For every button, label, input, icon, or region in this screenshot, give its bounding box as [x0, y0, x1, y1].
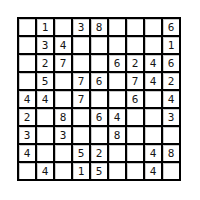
cell-r2c2[interactable]: 3 [37, 37, 53, 53]
cell-r1c1[interactable] [19, 19, 35, 35]
cell-r8c2[interactable] [37, 145, 53, 161]
cell-r3c9[interactable]: 6 [163, 55, 179, 71]
cell-r5c3[interactable] [55, 91, 71, 107]
cell-r6c9[interactable]: 3 [163, 109, 179, 125]
cell-r2c4[interactable] [73, 37, 89, 53]
cell-r4c7[interactable]: 7 [127, 73, 143, 89]
page: 1386341276246576742447642864333845248415… [0, 0, 200, 200]
cell-r3c1[interactable] [19, 55, 35, 71]
cell-r6c7[interactable] [127, 109, 143, 125]
cell-r6c1[interactable]: 2 [19, 109, 35, 125]
cell-r8c9[interactable]: 8 [163, 145, 179, 161]
cell-r6c3[interactable]: 8 [55, 109, 71, 125]
cell-r9c9[interactable] [163, 163, 179, 179]
cell-r8c7[interactable] [127, 145, 143, 161]
cell-r9c1[interactable] [19, 163, 35, 179]
cell-r1c4[interactable]: 3 [73, 19, 89, 35]
cell-r5c8[interactable] [145, 91, 161, 107]
cell-r8c4[interactable]: 5 [73, 145, 89, 161]
cell-r5c4[interactable]: 7 [73, 91, 89, 107]
cell-r4c2[interactable]: 5 [37, 73, 53, 89]
cell-r9c4[interactable]: 1 [73, 163, 89, 179]
cell-r5c6[interactable] [109, 91, 125, 107]
cell-r8c1[interactable]: 4 [19, 145, 35, 161]
cell-r4c5[interactable]: 6 [91, 73, 107, 89]
cell-r8c5[interactable]: 2 [91, 145, 107, 161]
cell-r9c7[interactable] [127, 163, 143, 179]
cell-r3c3[interactable]: 7 [55, 55, 71, 71]
cell-r2c9[interactable]: 1 [163, 37, 179, 53]
cell-r9c8[interactable]: 4 [145, 163, 161, 179]
cell-r3c5[interactable] [91, 55, 107, 71]
cell-r2c5[interactable] [91, 37, 107, 53]
cell-r3c2[interactable]: 2 [37, 55, 53, 71]
cell-r1c9[interactable]: 6 [163, 19, 179, 35]
cell-r2c8[interactable] [145, 37, 161, 53]
cell-r7c2[interactable] [37, 127, 53, 143]
cell-r7c4[interactable] [73, 127, 89, 143]
cell-r9c5[interactable]: 5 [91, 163, 107, 179]
cell-r3c8[interactable]: 4 [145, 55, 161, 71]
cell-r4c4[interactable]: 7 [73, 73, 89, 89]
cell-r1c5[interactable]: 8 [91, 19, 107, 35]
cell-r4c6[interactable] [109, 73, 125, 89]
cell-r8c6[interactable] [109, 145, 125, 161]
cell-r2c6[interactable] [109, 37, 125, 53]
cell-r4c9[interactable]: 2 [163, 73, 179, 89]
cell-r4c8[interactable]: 4 [145, 73, 161, 89]
cell-r7c1[interactable]: 3 [19, 127, 35, 143]
cell-r5c9[interactable]: 4 [163, 91, 179, 107]
cell-r7c8[interactable] [145, 127, 161, 143]
cell-r5c5[interactable] [91, 91, 107, 107]
cell-r8c8[interactable]: 4 [145, 145, 161, 161]
cell-r1c3[interactable] [55, 19, 71, 35]
cell-r7c3[interactable]: 3 [55, 127, 71, 143]
sudoku-board: 1386341276246576742447642864333845248415… [17, 17, 181, 181]
cell-r1c7[interactable] [127, 19, 143, 35]
cell-r3c6[interactable]: 6 [109, 55, 125, 71]
cell-r5c1[interactable]: 4 [19, 91, 35, 107]
cell-r7c9[interactable] [163, 127, 179, 143]
cell-r9c3[interactable] [55, 163, 71, 179]
cell-r1c8[interactable] [145, 19, 161, 35]
cell-r7c7[interactable] [127, 127, 143, 143]
cell-r7c5[interactable] [91, 127, 107, 143]
cell-r2c1[interactable] [19, 37, 35, 53]
cell-r1c6[interactable] [109, 19, 125, 35]
cell-r7c6[interactable]: 8 [109, 127, 125, 143]
cell-r4c3[interactable] [55, 73, 71, 89]
cell-r9c2[interactable]: 4 [37, 163, 53, 179]
cell-r9c6[interactable] [109, 163, 125, 179]
cell-r4c1[interactable] [19, 73, 35, 89]
cell-r5c2[interactable]: 4 [37, 91, 53, 107]
cell-r6c8[interactable] [145, 109, 161, 125]
cell-r3c7[interactable]: 2 [127, 55, 143, 71]
cell-r5c7[interactable]: 6 [127, 91, 143, 107]
cell-r6c5[interactable]: 6 [91, 109, 107, 125]
cell-r6c2[interactable] [37, 109, 53, 125]
cell-r3c4[interactable] [73, 55, 89, 71]
cell-r1c2[interactable]: 1 [37, 19, 53, 35]
cell-r2c7[interactable] [127, 37, 143, 53]
cell-r8c3[interactable] [55, 145, 71, 161]
cell-r6c4[interactable] [73, 109, 89, 125]
cell-r2c3[interactable]: 4 [55, 37, 71, 53]
cell-r6c6[interactable]: 4 [109, 109, 125, 125]
